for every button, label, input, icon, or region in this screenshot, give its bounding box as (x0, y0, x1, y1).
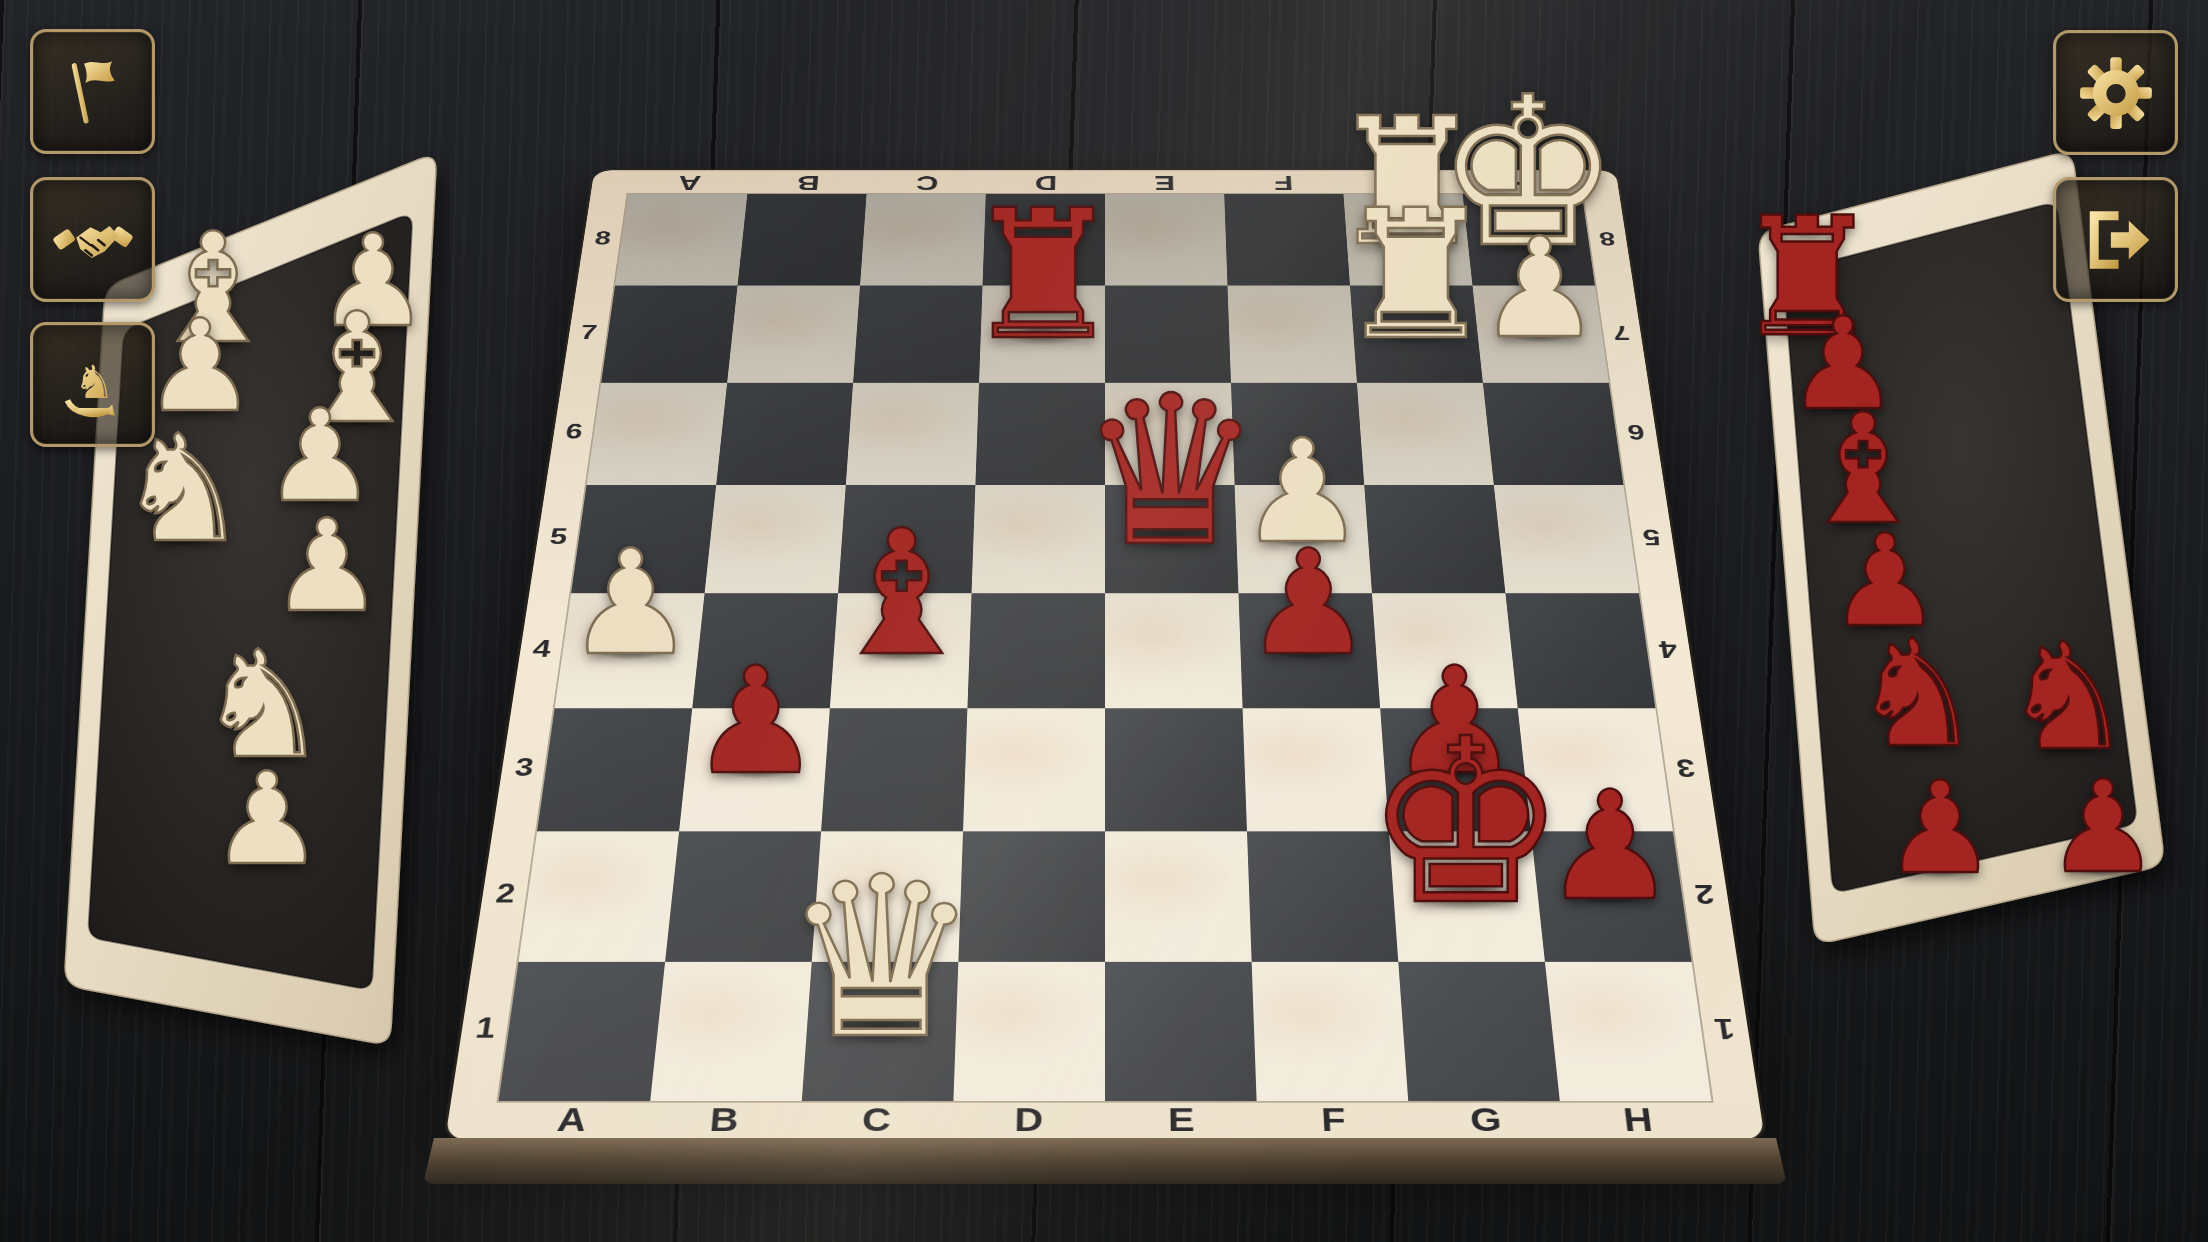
piece-red-rook-d7[interactable]: ♜ (963, 187, 1123, 365)
rank-label-right-1: 1 (1701, 1012, 1749, 1045)
flag-icon (52, 51, 134, 133)
square-d3[interactable] (963, 709, 1105, 832)
rank-label-right-7: 7 (1602, 321, 1641, 344)
file-label-bottom-C: C (861, 1102, 892, 1139)
draw-offer-button[interactable] (30, 177, 155, 302)
rank-label-left-6: 6 (554, 420, 594, 444)
square-e2[interactable] (1105, 831, 1252, 962)
square-h1[interactable] (1545, 962, 1712, 1101)
file-label-bottom-H: H (1621, 1102, 1654, 1139)
captured-white-pawn-9[interactable]: ♟ (210, 756, 324, 883)
square-a2[interactable] (518, 831, 679, 962)
rank-label-right-6: 6 (1616, 420, 1656, 444)
game-scene: AABBCCDDEEFFGGHH1122334455667788 ♟♛♟♜♜♟♚… (0, 0, 2208, 1242)
switch-sides-button[interactable]: ♞ (30, 322, 155, 447)
square-a7[interactable] (601, 286, 737, 383)
square-g6[interactable] (1357, 382, 1494, 484)
exit-button[interactable] (2053, 177, 2178, 302)
square-a6[interactable] (587, 382, 728, 484)
piece-white-pawn-h7[interactable]: ♟ (1478, 220, 1602, 358)
file-label-bottom-G: G (1469, 1102, 1503, 1139)
captured-red-pawn-7[interactable]: ♟ (1883, 765, 1997, 892)
square-e1[interactable] (1105, 962, 1257, 1101)
gear-icon (2075, 52, 2157, 134)
rank-label-right-5: 5 (1631, 524, 1673, 549)
captured-white-pawn-7[interactable]: ♟ (270, 503, 384, 630)
piece-red-bishop-c4[interactable]: ♝ (824, 508, 979, 681)
rank-label-left-4: 4 (520, 635, 563, 662)
file-label-bottom-A: A (555, 1102, 588, 1139)
file-label-bottom-B: B (708, 1102, 740, 1139)
square-d4[interactable] (967, 593, 1105, 708)
square-g1[interactable] (1398, 962, 1560, 1101)
file-label-bottom-E: E (1168, 1102, 1195, 1139)
square-f1[interactable] (1252, 962, 1409, 1101)
piece-white-queen-c1[interactable]: ♛ (782, 848, 981, 1070)
piece-white-rook-g7[interactable]: ♜ (1336, 187, 1496, 365)
handshake-icon (52, 199, 134, 281)
file-label-top-F: F (1273, 172, 1293, 194)
exit-arrow-icon (2075, 199, 2157, 281)
square-a1[interactable] (499, 962, 666, 1101)
board-front-edge (423, 1138, 1787, 1184)
captured-red-knight-5[interactable]: ♞ (1851, 621, 1983, 769)
rank-label-right-2: 2 (1682, 879, 1728, 910)
piece-red-pawn-f4[interactable]: ♟ (1243, 531, 1373, 676)
square-g5[interactable] (1364, 485, 1505, 594)
file-label-top-E: E (1154, 172, 1175, 194)
piece-red-queen-e5[interactable]: ♛ (1078, 369, 1263, 576)
rank-label-left-2: 2 (482, 879, 528, 910)
knight-cycle-icon: ♞ (52, 344, 134, 426)
square-e8[interactable] (1105, 194, 1227, 286)
resign-button[interactable] (30, 29, 155, 154)
rank-label-left-7: 7 (569, 321, 608, 344)
rank-label-right-4: 4 (1647, 635, 1690, 662)
square-e3[interactable] (1105, 709, 1247, 832)
piece-red-pawn-b3[interactable]: ♟ (690, 648, 822, 795)
file-label-top-A: A (676, 172, 701, 194)
rank-label-left-1: 1 (462, 1012, 510, 1045)
file-label-bottom-D: D (1014, 1102, 1043, 1139)
file-label-top-B: B (796, 172, 820, 194)
captured-red-knight-6[interactable]: ♞ (2002, 624, 2134, 772)
square-b8[interactable] (738, 194, 867, 286)
piece-red-pawn-h2[interactable]: ♟ (1543, 772, 1677, 922)
file-label-bottom-F: F (1320, 1102, 1346, 1139)
square-h6[interactable] (1483, 382, 1624, 484)
square-c3[interactable] (821, 709, 967, 832)
square-e4[interactable] (1105, 593, 1243, 708)
square-b6[interactable] (716, 382, 853, 484)
square-a3[interactable] (537, 709, 692, 832)
piece-red-king-g2[interactable]: ♚ (1364, 709, 1568, 936)
piece-white-pawn-a4[interactable]: ♟ (566, 531, 696, 676)
square-b7[interactable] (727, 286, 860, 383)
chess-app: { "game": "chess", "variant_note": "3D c… (0, 0, 2208, 1242)
square-h5[interactable] (1494, 485, 1639, 594)
square-c6[interactable] (846, 382, 979, 484)
rank-label-left-3: 3 (502, 753, 546, 782)
file-label-top-C: C (915, 172, 939, 194)
square-a8[interactable] (615, 194, 747, 286)
captured-red-pawn-8[interactable]: ♟ (2046, 764, 2160, 891)
settings-button[interactable] (2053, 30, 2178, 155)
svg-text:♞: ♞ (73, 354, 114, 408)
rank-label-left-8: 8 (584, 228, 622, 249)
